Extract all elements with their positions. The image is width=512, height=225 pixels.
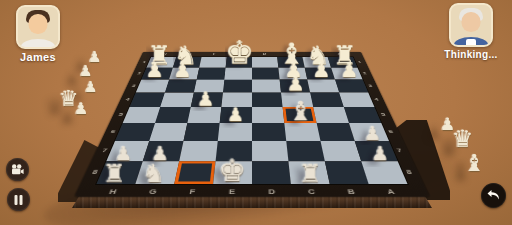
captured-pawn-left-5: ♟ — [74, 101, 88, 117]
white-pawn-f4[interactable]: ♟ — [190, 89, 221, 108]
board-grid: ♜♞♚♝♞♜♟♟♟♟♟♟♟♟♝♟♟♟♟♜♞♚♜ — [96, 57, 407, 184]
player-card-right: Thinking... — [440, 3, 502, 60]
square-e1[interactable]: ♚ — [226, 57, 252, 68]
black-rook-c8[interactable]: ♜ — [291, 161, 330, 186]
square-f8[interactable] — [174, 161, 215, 184]
square-e2[interactable] — [224, 68, 252, 80]
square-b8[interactable] — [325, 161, 369, 184]
square-e8[interactable]: ♚ — [213, 161, 252, 184]
square-d5[interactable] — [252, 107, 284, 123]
square-f5[interactable] — [187, 107, 221, 123]
square-a8[interactable] — [361, 161, 407, 184]
square-a3[interactable] — [335, 80, 368, 93]
square-f1[interactable] — [199, 57, 227, 68]
square-a6[interactable]: ♟ — [349, 123, 389, 141]
white-pawn-e5[interactable]: ♟ — [219, 106, 252, 125]
white-pawn-b2[interactable]: ♟ — [308, 61, 336, 81]
square-g4[interactable] — [160, 93, 194, 107]
square-a4[interactable] — [339, 93, 374, 107]
square-g8[interactable]: ♞ — [135, 161, 179, 184]
black-bishop-c5[interactable]: ♝ — [285, 98, 318, 124]
white-pawn-c3[interactable]: ♟ — [281, 74, 310, 94]
square-h3[interactable] — [136, 80, 169, 93]
captured-bishop-right-3: ♝ — [464, 152, 485, 175]
square-e5[interactable]: ♟ — [220, 107, 252, 123]
square-a2[interactable]: ♟ — [331, 68, 362, 80]
captured-pawn-left-2: ♟ — [79, 64, 92, 79]
avatar-right — [449, 3, 493, 47]
square-g5[interactable] — [155, 107, 191, 123]
player-name-left: James — [7, 51, 69, 63]
square-g6[interactable] — [149, 123, 187, 141]
black-pawn-a7[interactable]: ♟ — [362, 144, 399, 164]
square-d4[interactable] — [252, 93, 283, 107]
square-d3[interactable] — [252, 80, 281, 93]
square-e3[interactable] — [223, 80, 252, 93]
white-pawn-g2[interactable]: ♟ — [169, 61, 197, 81]
square-b6[interactable] — [317, 123, 355, 141]
square-c6[interactable] — [284, 123, 320, 141]
video-camera-icon — [11, 164, 24, 175]
square-d1[interactable] — [252, 57, 278, 68]
captured-pawn-left-3: ♟ — [84, 80, 97, 95]
player-card-left: James — [7, 5, 69, 63]
square-g2[interactable]: ♟ — [169, 68, 199, 80]
square-d8[interactable] — [252, 161, 291, 184]
square-b3[interactable] — [307, 80, 339, 93]
pause-button[interactable] — [7, 188, 30, 211]
square-h4[interactable] — [130, 93, 165, 107]
square-c8[interactable]: ♜ — [288, 161, 329, 184]
square-a5[interactable] — [344, 107, 381, 123]
square-f6[interactable] — [184, 123, 220, 141]
square-d2[interactable] — [252, 68, 280, 80]
undo-arrow-icon — [486, 189, 501, 202]
square-d6[interactable] — [252, 123, 286, 141]
camera-button[interactable] — [6, 158, 29, 181]
square-b5[interactable] — [313, 107, 349, 123]
black-king-e8[interactable]: ♚ — [213, 156, 252, 187]
chess-board[interactable]: ♜♞♚♝♞♜♟♟♟♟♟♟♟♟♝♟♟♟♟♜♞♚♜ HHGGFFEEDDCCBBAA… — [74, 52, 429, 197]
square-c5[interactable]: ♝ — [283, 107, 317, 123]
avatar-left — [16, 5, 60, 49]
square-e6[interactable] — [218, 123, 252, 141]
captured-queen-right-2: ♛ — [452, 127, 474, 151]
undo-button[interactable] — [481, 183, 506, 208]
black-knight-g8[interactable]: ♞ — [135, 161, 174, 186]
black-rook-h8[interactable]: ♜ — [95, 161, 134, 186]
square-f4[interactable]: ♟ — [191, 93, 223, 107]
square-f2[interactable] — [197, 68, 226, 80]
chess-app-screen: { "game": "chess", "app_view": "3d-chess… — [0, 0, 512, 225]
square-a7[interactable]: ♟ — [355, 141, 398, 161]
square-d7[interactable] — [252, 141, 288, 161]
square-c3[interactable]: ♟ — [280, 80, 310, 93]
black-pawn-a6[interactable]: ♟ — [355, 124, 389, 143]
pause-icon — [14, 195, 23, 205]
player-status-right: Thinking... — [440, 49, 502, 60]
